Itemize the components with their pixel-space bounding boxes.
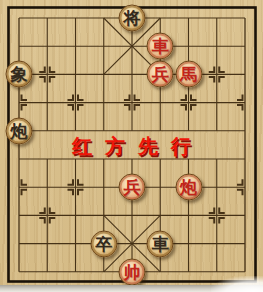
piece-black-soldier[interactable]: 卒 <box>90 230 117 257</box>
piece-red-cannon[interactable]: 炮 <box>175 174 202 201</box>
piece-glyph: 将 <box>124 10 141 27</box>
piece-glyph: 車 <box>152 236 169 253</box>
piece-glyph: 兵 <box>152 66 169 83</box>
piece-glyph: 象 <box>11 66 28 83</box>
piece-glyph: 兵 <box>124 179 141 196</box>
piece-black-cannon[interactable]: 炮 <box>6 117 33 144</box>
piece-red-horse[interactable]: 馬 <box>175 61 202 88</box>
piece-glyph: 炮 <box>11 123 28 140</box>
piece-glyph: 炮 <box>180 179 197 196</box>
piece-glyph: 帅 <box>124 264 141 281</box>
piece-red-general[interactable]: 帅 <box>119 258 146 285</box>
window-corner-highlight <box>211 276 263 292</box>
piece-glyph: 馬 <box>180 66 197 83</box>
xiangqi-board-window: 红方先行 将車象兵馬炮兵炮卒車帅 <box>0 0 263 292</box>
piece-red-soldier[interactable]: 兵 <box>119 174 146 201</box>
piece-black-elephant[interactable]: 象 <box>6 61 33 88</box>
piece-red-soldier[interactable]: 兵 <box>147 61 174 88</box>
piece-black-general[interactable]: 将 <box>119 5 146 32</box>
piece-black-chariot[interactable]: 車 <box>147 230 174 257</box>
red-moves-first-banner: 红方先行 <box>0 134 263 158</box>
piece-glyph: 卒 <box>95 236 112 253</box>
piece-glyph: 車 <box>152 38 169 55</box>
piece-red-chariot[interactable]: 車 <box>147 33 174 60</box>
